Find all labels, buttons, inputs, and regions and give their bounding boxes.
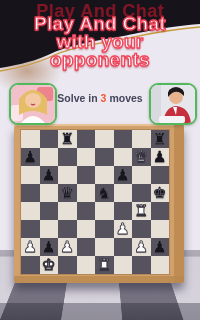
- square-f1[interactable]: [114, 256, 133, 274]
- square-a4[interactable]: [21, 202, 40, 220]
- square-e1[interactable]: ♜: [95, 256, 114, 274]
- square-h2[interactable]: ♟: [151, 238, 170, 256]
- female-avatar-image: [11, 85, 55, 123]
- square-e4[interactable]: [95, 202, 114, 220]
- square-e6[interactable]: [95, 166, 114, 184]
- square-a8[interactable]: [21, 130, 40, 148]
- chess-board-frame: ♜♜♟♛♟♟♟♛♞♚♜♟♟♟♟♟♟♚♜: [14, 124, 184, 283]
- square-e8[interactable]: [95, 130, 114, 148]
- chess-board: ♜♜♟♛♟♟♟♛♞♚♜♟♟♟♟♟♟♚♜: [21, 130, 169, 274]
- piece-black-queen-c5[interactable]: ♛: [60, 184, 74, 202]
- square-d8[interactable]: [77, 130, 96, 148]
- piece-black-rook-h8[interactable]: ♜: [153, 130, 167, 148]
- piece-black-pawn-f6[interactable]: ♟: [116, 166, 130, 184]
- male-avatar-image: [151, 85, 195, 123]
- piece-white-pawn-c2[interactable]: ♟: [60, 238, 74, 256]
- square-c5[interactable]: ♛: [58, 184, 77, 202]
- square-g8[interactable]: [132, 130, 151, 148]
- square-b8[interactable]: [40, 130, 59, 148]
- square-a5[interactable]: [21, 184, 40, 202]
- square-c7[interactable]: [58, 148, 77, 166]
- square-g1[interactable]: [132, 256, 151, 274]
- square-g5[interactable]: [132, 184, 151, 202]
- square-b2[interactable]: ♟: [40, 238, 59, 256]
- square-d4[interactable]: [77, 202, 96, 220]
- piece-black-pawn-b6[interactable]: ♟: [42, 166, 56, 184]
- square-h7[interactable]: ♟: [151, 148, 170, 166]
- square-b3[interactable]: [40, 220, 59, 238]
- piece-white-rook-e1[interactable]: ♜: [97, 256, 111, 274]
- square-a6[interactable]: [21, 166, 40, 184]
- puzzle-prompt-prefix: Solve in: [56, 92, 99, 104]
- square-h8[interactable]: ♜: [151, 130, 170, 148]
- square-a3[interactable]: [21, 220, 40, 238]
- square-h4[interactable]: [151, 202, 170, 220]
- piece-black-king-h5[interactable]: ♚: [153, 184, 167, 202]
- square-h5[interactable]: ♚: [151, 184, 170, 202]
- square-f8[interactable]: [114, 130, 133, 148]
- square-f6[interactable]: ♟: [114, 166, 133, 184]
- square-h6[interactable]: [151, 166, 170, 184]
- square-c3[interactable]: [58, 220, 77, 238]
- piece-black-rook-c8[interactable]: ♜: [60, 130, 74, 148]
- square-c4[interactable]: [58, 202, 77, 220]
- square-d3[interactable]: [77, 220, 96, 238]
- piece-black-pawn-h7[interactable]: ♟: [153, 148, 167, 166]
- headline: Play And Chat with your opponents: [0, 15, 200, 69]
- square-f3[interactable]: ♟: [114, 220, 133, 238]
- square-e2[interactable]: [95, 238, 114, 256]
- square-a1[interactable]: [21, 256, 40, 274]
- piece-white-pawn-g2[interactable]: ♟: [134, 238, 148, 256]
- square-c1[interactable]: [58, 256, 77, 274]
- square-c6[interactable]: [58, 166, 77, 184]
- square-f4[interactable]: [114, 202, 133, 220]
- square-a2[interactable]: ♟: [21, 238, 40, 256]
- opponent-avatar-male[interactable]: [149, 83, 197, 125]
- square-g2[interactable]: ♟: [132, 238, 151, 256]
- square-b1[interactable]: ♚: [40, 256, 59, 274]
- puzzle-prompt-suffix: moves: [108, 92, 144, 104]
- ad-screen: Play And Chat Play And Chat with your op…: [0, 0, 200, 320]
- square-e5[interactable]: ♞: [95, 184, 114, 202]
- square-g6[interactable]: [132, 166, 151, 184]
- square-h1[interactable]: [151, 256, 170, 274]
- piece-black-pawn-b2[interactable]: ♟: [42, 238, 56, 256]
- square-h3[interactable]: [151, 220, 170, 238]
- opponent-avatar-female[interactable]: [9, 83, 57, 125]
- piece-white-pawn-f3[interactable]: ♟: [116, 220, 130, 238]
- square-a7[interactable]: ♟: [21, 148, 40, 166]
- piece-white-pawn-a2[interactable]: ♟: [23, 238, 37, 256]
- square-b7[interactable]: [40, 148, 59, 166]
- square-c2[interactable]: ♟: [58, 238, 77, 256]
- square-d5[interactable]: [77, 184, 96, 202]
- piece-white-king-b1[interactable]: ♚: [42, 256, 56, 274]
- piece-white-queen-g7[interactable]: ♛: [134, 148, 148, 166]
- piece-black-knight-e5[interactable]: ♞: [97, 184, 111, 202]
- frame-shadow-right: [174, 124, 184, 283]
- square-d1[interactable]: [77, 256, 96, 274]
- frame-shadow-bottom: [14, 276, 184, 283]
- square-g7[interactable]: ♛: [132, 148, 151, 166]
- square-e7[interactable]: [95, 148, 114, 166]
- square-d2[interactable]: [77, 238, 96, 256]
- square-f5[interactable]: [114, 184, 133, 202]
- square-d7[interactable]: [77, 148, 96, 166]
- piece-black-pawn-a7[interactable]: ♟: [23, 148, 37, 166]
- square-d6[interactable]: [77, 166, 96, 184]
- puzzle-move-count: 3: [99, 92, 108, 104]
- square-e3[interactable]: [95, 220, 114, 238]
- square-b5[interactable]: [40, 184, 59, 202]
- square-b4[interactable]: [40, 202, 59, 220]
- square-g4[interactable]: ♜: [132, 202, 151, 220]
- piece-white-rook-g4[interactable]: ♜: [134, 202, 148, 220]
- piece-black-pawn-h2[interactable]: ♟: [153, 238, 167, 256]
- square-b6[interactable]: ♟: [40, 166, 59, 184]
- square-c8[interactable]: ♜: [58, 130, 77, 148]
- headline-line3: opponents: [0, 51, 200, 69]
- square-f2[interactable]: [114, 238, 133, 256]
- square-g3[interactable]: [132, 220, 151, 238]
- square-f7[interactable]: [114, 148, 133, 166]
